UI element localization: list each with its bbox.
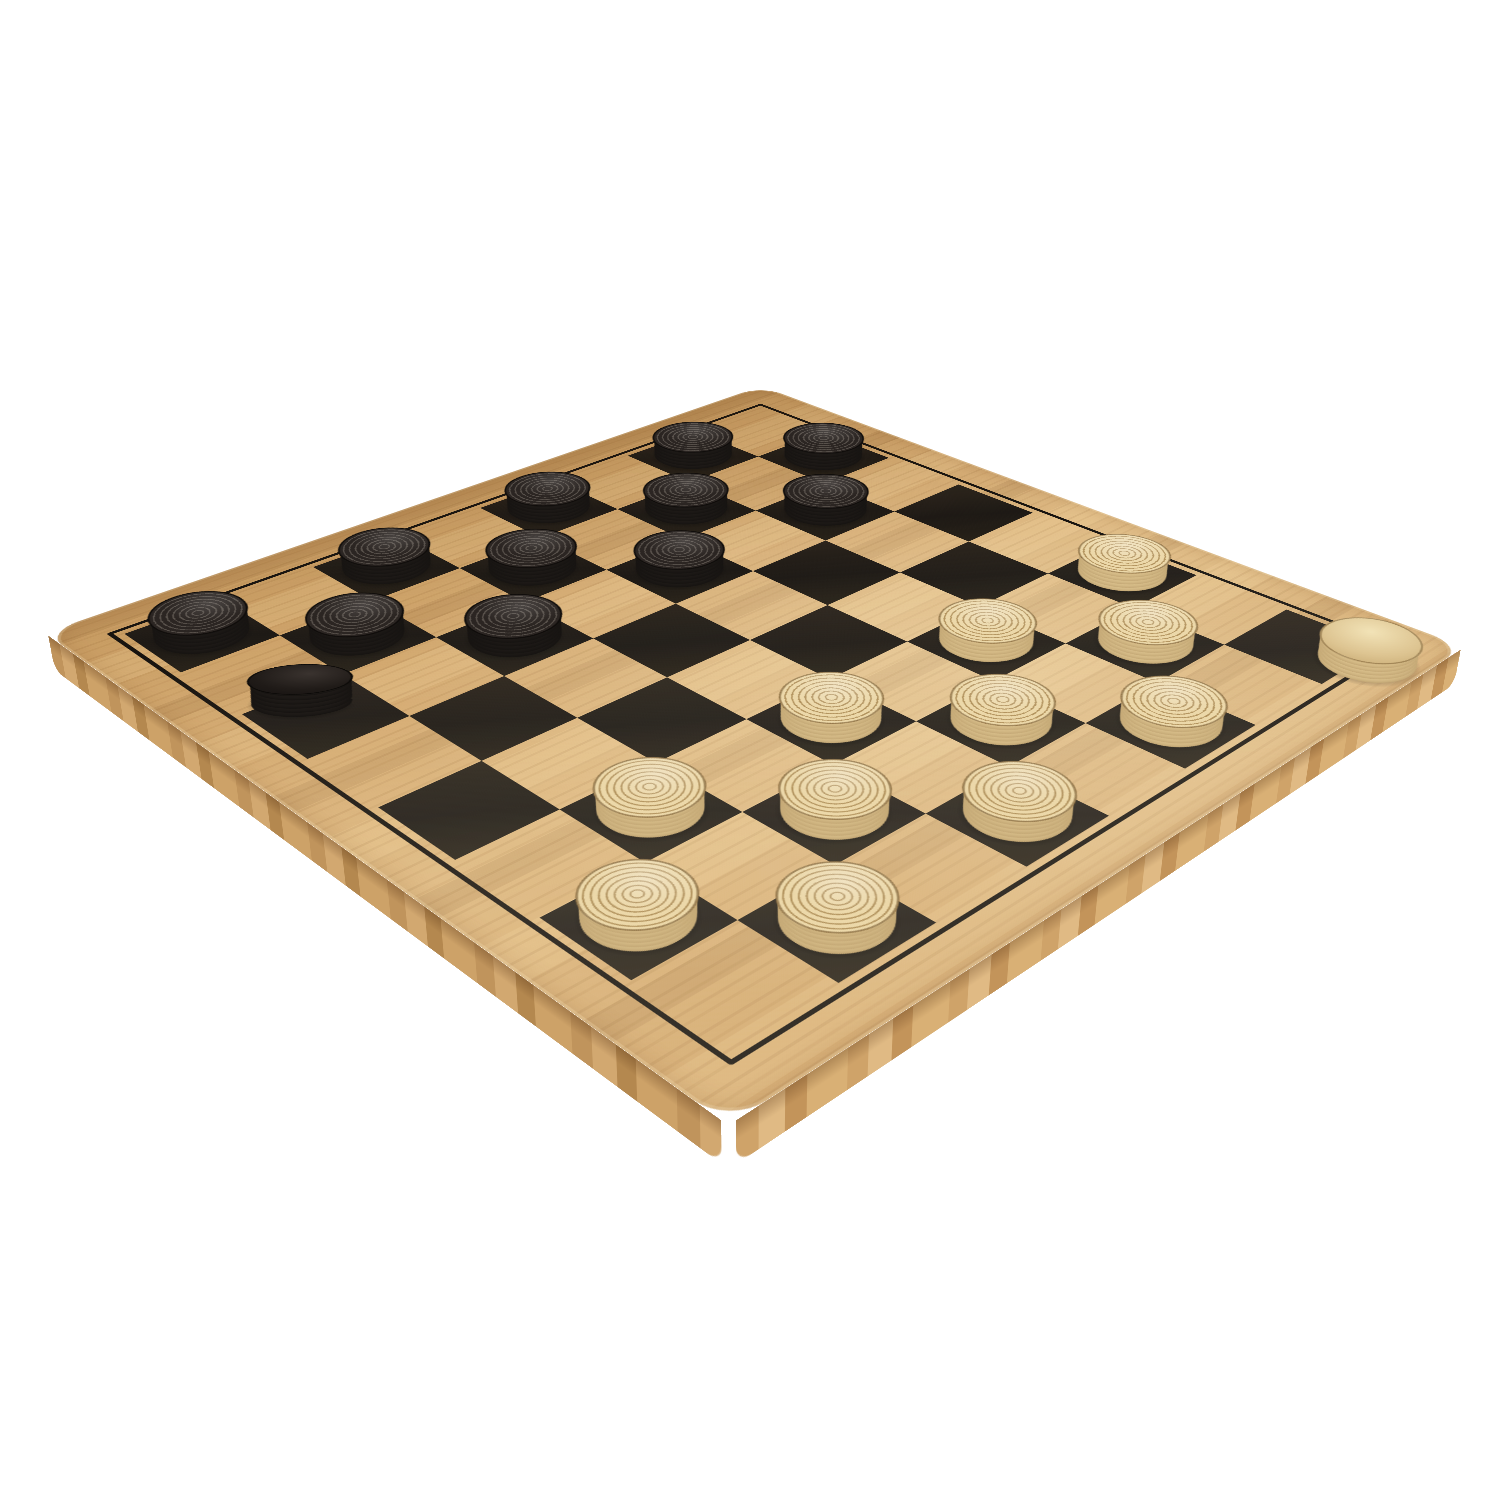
product-photo-scene xyxy=(0,0,1500,1500)
checkers-board xyxy=(45,386,1465,1125)
